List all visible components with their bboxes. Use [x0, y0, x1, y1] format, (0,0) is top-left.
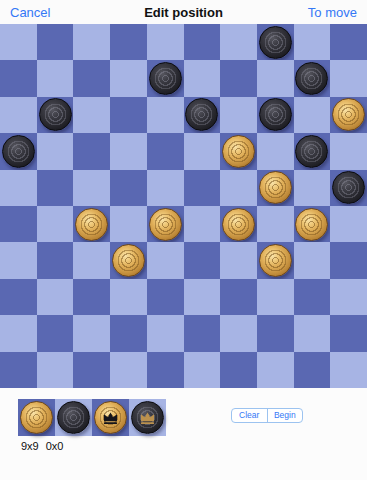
board-square-r4c6[interactable]: [220, 170, 257, 206]
board-square-r8c4[interactable]: [147, 315, 184, 351]
board-square-r9c9[interactable]: [330, 352, 367, 388]
board-square-r4c8[interactable]: [294, 170, 331, 206]
board-square-r8c0[interactable]: [0, 315, 37, 351]
clear-button[interactable]: Clear: [232, 409, 267, 422]
board-square-r6c5[interactable]: [184, 242, 221, 278]
board-square-r6c7[interactable]: [257, 242, 294, 278]
board-square-r7c2[interactable]: [73, 279, 110, 315]
board-square-r5c9[interactable]: [330, 206, 367, 242]
board-square-r3c9[interactable]: [330, 133, 367, 169]
board-square-r0c0[interactable]: [0, 24, 37, 60]
board-square-r5c4[interactable]: [147, 206, 184, 242]
board-square-r9c6[interactable]: [220, 352, 257, 388]
board-square-r6c0[interactable]: [0, 242, 37, 278]
board-square-r6c6[interactable]: [220, 242, 257, 278]
board-square-r4c1[interactable]: [37, 170, 74, 206]
board-square-r1c8[interactable]: [294, 60, 331, 96]
board-square-r1c1[interactable]: [37, 60, 74, 96]
board-square-r0c8[interactable]: [294, 24, 331, 60]
board-square-r3c3[interactable]: [110, 133, 147, 169]
gold-man-piece[interactable]: [75, 208, 108, 241]
board-square-r0c5[interactable]: [184, 24, 221, 60]
board-square-r2c5[interactable]: [184, 97, 221, 133]
board-square-r9c3[interactable]: [110, 352, 147, 388]
board-square-r5c8[interactable]: [294, 206, 331, 242]
board-square-r3c0[interactable]: [0, 133, 37, 169]
board-square-r5c1[interactable]: [37, 206, 74, 242]
black-man-piece-tray[interactable]: [57, 401, 90, 434]
board-square-r4c2[interactable]: [73, 170, 110, 206]
board-square-r1c4[interactable]: [147, 60, 184, 96]
black-man-piece[interactable]: [2, 135, 35, 168]
board-square-r8c1[interactable]: [37, 315, 74, 351]
gold-man-piece[interactable]: [222, 135, 255, 168]
board-square-r4c4[interactable]: [147, 170, 184, 206]
board-square-r3c5[interactable]: [184, 133, 221, 169]
board-square-r6c3[interactable]: [110, 242, 147, 278]
gold-man-piece[interactable]: [112, 244, 145, 277]
board-square-r6c1[interactable]: [37, 242, 74, 278]
board-square-r2c7[interactable]: [257, 97, 294, 133]
board-square-r6c4[interactable]: [147, 242, 184, 278]
board-square-r7c6[interactable]: [220, 279, 257, 315]
board-square-r7c1[interactable]: [37, 279, 74, 315]
board-square-r8c5[interactable]: [184, 315, 221, 351]
board-square-r6c8[interactable]: [294, 242, 331, 278]
black-man-piece[interactable]: [295, 135, 328, 168]
board-square-r1c7[interactable]: [257, 60, 294, 96]
board-square-r2c1[interactable]: [37, 97, 74, 133]
board-square-r5c2[interactable]: [73, 206, 110, 242]
gold-man-piece[interactable]: [149, 208, 182, 241]
board-square-r2c3[interactable]: [110, 97, 147, 133]
board-square-r7c4[interactable]: [147, 279, 184, 315]
board-square-r5c5[interactable]: [184, 206, 221, 242]
black-man-piece[interactable]: [259, 26, 292, 59]
board-square-r5c7[interactable]: [257, 206, 294, 242]
board-square-r3c8[interactable]: [294, 133, 331, 169]
board-square-r1c9[interactable]: [330, 60, 367, 96]
black-man-piece[interactable]: [149, 62, 182, 95]
gold-man-piece[interactable]: [332, 98, 365, 131]
board-square-r7c3[interactable]: [110, 279, 147, 315]
board-square-r2c8[interactable]: [294, 97, 331, 133]
board-square-r4c5[interactable]: [184, 170, 221, 206]
board-square-r9c2[interactable]: [73, 352, 110, 388]
men-count-label: 9x9: [21, 440, 39, 452]
segmented-control: Clear Begin: [231, 408, 303, 423]
board-square-r7c9[interactable]: [330, 279, 367, 315]
board-square-r5c0[interactable]: [0, 206, 37, 242]
board-square-r2c2[interactable]: [73, 97, 110, 133]
board-square-r3c2[interactable]: [73, 133, 110, 169]
board-square-r4c9[interactable]: [330, 170, 367, 206]
board-square-r9c0[interactable]: [0, 352, 37, 388]
board-square-r2c4[interactable]: [147, 97, 184, 133]
board-square-r7c8[interactable]: [294, 279, 331, 315]
to-move-button[interactable]: To move: [308, 5, 357, 20]
board-square-r1c0[interactable]: [0, 60, 37, 96]
board-square-r4c0[interactable]: [0, 170, 37, 206]
board-square-r8c7[interactable]: [257, 315, 294, 351]
crown-icon: [102, 411, 119, 425]
board-square-r6c2[interactable]: [73, 242, 110, 278]
board-square-r6c9[interactable]: [330, 242, 367, 278]
checkers-board: [0, 24, 367, 388]
black-man-piece[interactable]: [295, 62, 328, 95]
kings-count-label: 0x0: [46, 440, 64, 452]
board-square-r3c7[interactable]: [257, 133, 294, 169]
board-square-r8c2[interactable]: [73, 315, 110, 351]
board-square-r3c6[interactable]: [220, 133, 257, 169]
board-square-r9c1[interactable]: [37, 352, 74, 388]
tray-cell-gold-man[interactable]: [18, 399, 55, 436]
board-square-r0c6[interactable]: [220, 24, 257, 60]
board-square-r9c4[interactable]: [147, 352, 184, 388]
nav-bar: Cancel Edit position To move: [0, 0, 367, 24]
board-square-r7c0[interactable]: [0, 279, 37, 315]
gold-king-piece-tray[interactable]: [94, 401, 127, 434]
board-square-r2c6[interactable]: [220, 97, 257, 133]
board-square-r4c3[interactable]: [110, 170, 147, 206]
board-square-r9c5[interactable]: [184, 352, 221, 388]
gold-man-piece[interactable]: [295, 208, 328, 241]
board-square-r1c3[interactable]: [110, 60, 147, 96]
black-man-piece[interactable]: [259, 98, 292, 131]
gold-man-piece[interactable]: [222, 208, 255, 241]
gold-man-piece-tray[interactable]: [20, 401, 53, 434]
board-square-r9c8[interactable]: [294, 352, 331, 388]
board-square-r0c9[interactable]: [330, 24, 367, 60]
board-square-r2c9[interactable]: [330, 97, 367, 133]
board-square-r9c7[interactable]: [257, 352, 294, 388]
board-square-r1c6[interactable]: [220, 60, 257, 96]
cancel-button[interactable]: Cancel: [10, 5, 50, 20]
board-square-r2c0[interactable]: [0, 97, 37, 133]
board-square-r8c3[interactable]: [110, 315, 147, 351]
bottom-panel: 9x90x0 Clear Begin: [0, 388, 367, 480]
black-man-piece[interactable]: [332, 171, 365, 204]
board-square-r0c7[interactable]: [257, 24, 294, 60]
black-king-piece-tray[interactable]: [131, 401, 164, 434]
black-man-piece[interactable]: [185, 98, 218, 131]
board-square-r3c4[interactable]: [147, 133, 184, 169]
board-square-r8c6[interactable]: [220, 315, 257, 351]
board-square-r8c9[interactable]: [330, 315, 367, 351]
board-square-r8c8[interactable]: [294, 315, 331, 351]
board-square-r1c5[interactable]: [184, 60, 221, 96]
tray-cell-black-man[interactable]: [55, 399, 92, 436]
board-square-r0c4[interactable]: [147, 24, 184, 60]
black-man-piece[interactable]: [39, 98, 72, 131]
tray-cell-black-king[interactable]: [129, 399, 166, 436]
board-square-r4c7[interactable]: [257, 170, 294, 206]
board-square-r7c7[interactable]: [257, 279, 294, 315]
board-square-r0c1[interactable]: [37, 24, 74, 60]
gold-man-piece[interactable]: [259, 171, 292, 204]
board-square-r5c3[interactable]: [110, 206, 147, 242]
tray-cell-gold-king[interactable]: [92, 399, 129, 436]
begin-button[interactable]: Begin: [267, 409, 303, 422]
board-square-r1c2[interactable]: [73, 60, 110, 96]
board-square-r5c6[interactable]: [220, 206, 257, 242]
board-square-r3c1[interactable]: [37, 133, 74, 169]
board-square-r0c3[interactable]: [110, 24, 147, 60]
board-square-r0c2[interactable]: [73, 24, 110, 60]
piece-counts: 9x90x0: [21, 440, 71, 452]
board-square-r7c5[interactable]: [184, 279, 221, 315]
piece-tray: [18, 399, 166, 436]
gold-man-piece[interactable]: [259, 244, 292, 277]
crown-icon: [139, 411, 156, 425]
